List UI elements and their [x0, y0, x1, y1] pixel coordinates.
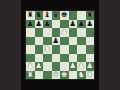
square-h4[interactable]	[86, 45, 95, 54]
square-c1[interactable]	[43, 71, 52, 80]
black-pawn-g7: ♟	[78, 19, 85, 28]
square-c4[interactable]: ♞	[43, 45, 52, 54]
square-b5[interactable]	[35, 37, 44, 46]
square-e1[interactable]: ♚	[60, 71, 69, 80]
square-b1[interactable]	[35, 71, 44, 80]
square-f2[interactable]: ♟	[69, 62, 78, 71]
square-h7[interactable]: ♟	[86, 20, 95, 29]
white-queen-d1: ♛	[52, 70, 59, 79]
square-e5[interactable]	[60, 37, 69, 46]
square-b2[interactable]: ♟	[35, 62, 44, 71]
square-d8[interactable]: ♛	[52, 11, 61, 20]
square-c2[interactable]	[43, 62, 52, 71]
square-d3[interactable]	[52, 54, 61, 63]
square-f4[interactable]	[69, 45, 78, 54]
square-g4[interactable]	[77, 45, 86, 54]
right-letterbox-strip	[99, 0, 120, 90]
square-e8[interactable]: ♚	[60, 11, 69, 20]
square-e4[interactable]	[60, 45, 69, 54]
square-a1[interactable]: ♜	[26, 71, 35, 80]
white-rook-a1: ♜	[27, 70, 34, 79]
white-king-e1: ♚	[61, 70, 68, 79]
black-queen-d8: ♛	[52, 11, 59, 20]
white-rook-h1: ♜	[86, 70, 93, 79]
square-d7[interactable]	[52, 20, 61, 29]
square-g5[interactable]	[77, 37, 86, 46]
white-knight-g1: ♞	[78, 70, 85, 79]
square-b7[interactable]: ♟	[35, 20, 44, 29]
black-pawn-h7: ♟	[86, 19, 93, 28]
black-pawn-b7: ♟	[35, 19, 42, 28]
square-f6[interactable]	[69, 28, 78, 37]
square-d1[interactable]: ♛	[52, 71, 61, 80]
white-pawn-f2: ♟	[69, 62, 76, 70]
square-f1[interactable]	[69, 71, 78, 80]
square-a6[interactable]	[26, 28, 35, 37]
black-king-e8: ♚	[61, 11, 68, 20]
left-letterbox-strip	[0, 0, 21, 90]
square-a7[interactable]: ♟	[26, 20, 35, 29]
square-b4[interactable]	[35, 45, 44, 54]
square-e6[interactable]: ♟	[60, 28, 69, 37]
square-c6[interactable]	[43, 28, 52, 37]
square-f5[interactable]	[69, 37, 78, 46]
chess-board: ♜♞♝♛♚♜♟♟♟♟♟♟♟♟♞♟♟♟♟♟♜♛♚♞♜	[25, 10, 95, 80]
white-pawn-b2: ♟	[35, 62, 42, 70]
square-e3[interactable]	[60, 54, 69, 63]
square-d4[interactable]	[52, 45, 61, 54]
square-a4[interactable]	[26, 45, 35, 54]
black-pawn-c7: ♟	[44, 19, 51, 28]
square-d5[interactable]: ♟	[52, 37, 61, 46]
square-f7[interactable]: ♟	[69, 20, 78, 29]
square-h1[interactable]: ♜	[86, 71, 95, 80]
square-c3[interactable]	[43, 54, 52, 63]
square-h5[interactable]	[86, 37, 95, 46]
black-pawn-f7: ♟	[69, 19, 76, 28]
white-knight-c4: ♞	[44, 45, 51, 54]
square-h6[interactable]	[86, 28, 95, 37]
square-b6[interactable]	[35, 28, 44, 37]
square-g1[interactable]: ♞	[77, 71, 86, 80]
square-a5[interactable]	[26, 37, 35, 46]
square-g7[interactable]: ♟	[77, 20, 86, 29]
black-pawn-d5: ♟	[52, 36, 59, 45]
white-pawn-e6: ♟	[61, 28, 68, 37]
square-c7[interactable]: ♟	[43, 20, 52, 29]
square-g6[interactable]	[77, 28, 86, 37]
thumbnail-canvas: ♜♞♝♛♚♜♟♟♟♟♟♟♟♟♞♟♟♟♟♟♜♛♚♞♜	[0, 0, 120, 90]
black-pawn-a7: ♟	[27, 19, 34, 28]
